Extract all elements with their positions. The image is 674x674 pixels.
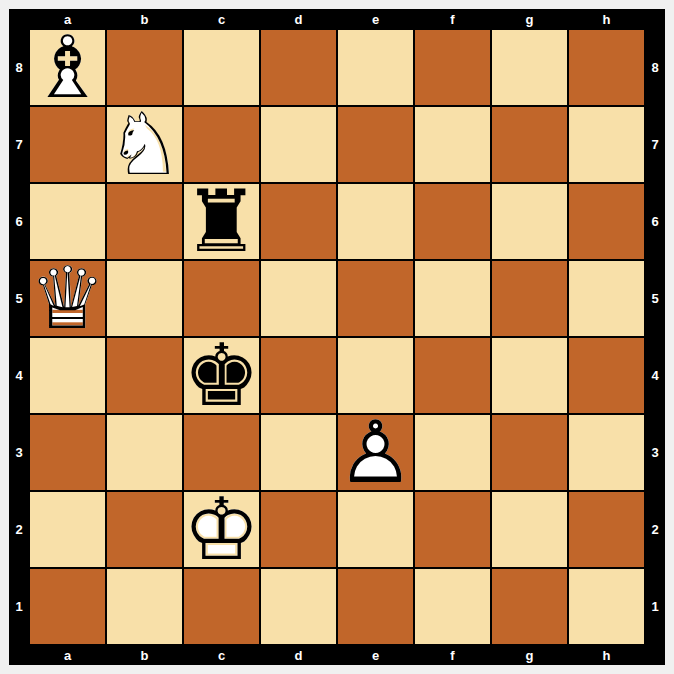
file-label-bottom-h: h bbox=[568, 645, 645, 665]
file-labels-top: abcdefgh bbox=[29, 9, 645, 29]
rank-label-right-2: 2 bbox=[645, 491, 665, 568]
square-f2[interactable] bbox=[414, 491, 491, 568]
file-label-bottom-f: f bbox=[414, 645, 491, 665]
square-a1[interactable] bbox=[29, 568, 106, 645]
rank-label-left-1: 1 bbox=[9, 568, 29, 645]
square-a5[interactable]: ♛♕ bbox=[29, 260, 106, 337]
rank-labels-right: 87654321 bbox=[645, 29, 665, 645]
square-g4[interactable] bbox=[491, 337, 568, 414]
board-frame: abcdefgh abcdefgh 87654321 87654321 ♝♗♞♘… bbox=[9, 9, 665, 665]
square-g5[interactable] bbox=[491, 260, 568, 337]
square-f7[interactable] bbox=[414, 106, 491, 183]
rank-label-left-4: 4 bbox=[9, 337, 29, 414]
square-a3[interactable] bbox=[29, 414, 106, 491]
file-label-top-h: h bbox=[568, 9, 645, 29]
file-label-bottom-c: c bbox=[183, 645, 260, 665]
square-h2[interactable] bbox=[568, 491, 645, 568]
chess-diagram-screen: abcdefgh abcdefgh 87654321 87654321 ♝♗♞♘… bbox=[0, 0, 674, 674]
square-h5[interactable] bbox=[568, 260, 645, 337]
square-h6[interactable] bbox=[568, 183, 645, 260]
square-c8[interactable] bbox=[183, 29, 260, 106]
square-b3[interactable] bbox=[106, 414, 183, 491]
square-e8[interactable] bbox=[337, 29, 414, 106]
square-d6[interactable] bbox=[260, 183, 337, 260]
rank-label-right-7: 7 bbox=[645, 106, 665, 183]
white-king-outline: ♔ bbox=[183, 491, 260, 568]
square-h4[interactable] bbox=[568, 337, 645, 414]
file-label-bottom-b: b bbox=[106, 645, 183, 665]
rank-label-right-6: 6 bbox=[645, 183, 665, 260]
square-b7[interactable]: ♞♘ bbox=[106, 106, 183, 183]
rank-label-left-5: 5 bbox=[9, 260, 29, 337]
file-label-top-g: g bbox=[491, 9, 568, 29]
square-b2[interactable] bbox=[106, 491, 183, 568]
square-c5[interactable] bbox=[183, 260, 260, 337]
file-label-top-b: b bbox=[106, 9, 183, 29]
square-d5[interactable] bbox=[260, 260, 337, 337]
square-c2[interactable]: ♚♔ bbox=[183, 491, 260, 568]
square-a6[interactable] bbox=[29, 183, 106, 260]
square-f4[interactable] bbox=[414, 337, 491, 414]
rank-label-right-5: 5 bbox=[645, 260, 665, 337]
black-rook-glyph: ♜ bbox=[183, 183, 260, 260]
rank-labels-left: 87654321 bbox=[9, 29, 29, 645]
file-label-top-d: d bbox=[260, 9, 337, 29]
file-label-bottom-d: d bbox=[260, 645, 337, 665]
square-c7[interactable] bbox=[183, 106, 260, 183]
square-b5[interactable] bbox=[106, 260, 183, 337]
square-g6[interactable] bbox=[491, 183, 568, 260]
white-pawn-fill: ♟ bbox=[337, 414, 414, 491]
white-queen-fill: ♛ bbox=[29, 260, 106, 337]
square-c1[interactable] bbox=[183, 568, 260, 645]
file-label-bottom-e: e bbox=[337, 645, 414, 665]
square-g8[interactable] bbox=[491, 29, 568, 106]
square-g1[interactable] bbox=[491, 568, 568, 645]
square-h1[interactable] bbox=[568, 568, 645, 645]
square-e6[interactable] bbox=[337, 183, 414, 260]
square-h8[interactable] bbox=[568, 29, 645, 106]
rank-label-right-4: 4 bbox=[645, 337, 665, 414]
white-king-piece[interactable]: ♚♔ bbox=[183, 491, 260, 568]
white-bishop-outline: ♗ bbox=[29, 29, 106, 106]
white-pawn-piece[interactable]: ♟♙ bbox=[337, 414, 414, 491]
rank-label-left-2: 2 bbox=[9, 491, 29, 568]
square-d3[interactable] bbox=[260, 414, 337, 491]
white-knight-outline: ♘ bbox=[106, 106, 183, 183]
square-d2[interactable] bbox=[260, 491, 337, 568]
square-g7[interactable] bbox=[491, 106, 568, 183]
square-b1[interactable] bbox=[106, 568, 183, 645]
square-f3[interactable] bbox=[414, 414, 491, 491]
square-f1[interactable] bbox=[414, 568, 491, 645]
rank-label-left-3: 3 bbox=[9, 414, 29, 491]
square-h3[interactable] bbox=[568, 414, 645, 491]
square-b4[interactable] bbox=[106, 337, 183, 414]
white-king-fill: ♚ bbox=[183, 491, 260, 568]
white-queen-piece[interactable]: ♛♕ bbox=[29, 260, 106, 337]
square-e1[interactable] bbox=[337, 568, 414, 645]
white-queen-outline: ♕ bbox=[29, 260, 106, 337]
square-e4[interactable] bbox=[337, 337, 414, 414]
square-e5[interactable] bbox=[337, 260, 414, 337]
white-bishop-piece[interactable]: ♝♗ bbox=[29, 29, 106, 106]
black-rook-piece[interactable]: ♜ bbox=[183, 183, 260, 260]
square-d8[interactable] bbox=[260, 29, 337, 106]
rank-label-left-8: 8 bbox=[9, 29, 29, 106]
square-e2[interactable] bbox=[337, 491, 414, 568]
file-label-bottom-g: g bbox=[491, 645, 568, 665]
square-f8[interactable] bbox=[414, 29, 491, 106]
square-b8[interactable] bbox=[106, 29, 183, 106]
square-a2[interactable] bbox=[29, 491, 106, 568]
square-c3[interactable] bbox=[183, 414, 260, 491]
chess-board: ♝♗♞♘♜♛♕♚♟♙♚♔ bbox=[29, 29, 645, 645]
file-label-bottom-a: a bbox=[29, 645, 106, 665]
rank-label-left-7: 7 bbox=[9, 106, 29, 183]
square-f5[interactable] bbox=[414, 260, 491, 337]
square-g3[interactable] bbox=[491, 414, 568, 491]
square-h7[interactable] bbox=[568, 106, 645, 183]
white-knight-fill: ♞ bbox=[106, 106, 183, 183]
square-e7[interactable] bbox=[337, 106, 414, 183]
square-a4[interactable] bbox=[29, 337, 106, 414]
rank-label-left-6: 6 bbox=[9, 183, 29, 260]
square-b6[interactable] bbox=[106, 183, 183, 260]
black-king-piece[interactable]: ♚ bbox=[183, 337, 260, 414]
rank-label-right-3: 3 bbox=[645, 414, 665, 491]
white-knight-piece[interactable]: ♞♘ bbox=[106, 106, 183, 183]
square-a7[interactable] bbox=[29, 106, 106, 183]
rank-label-right-8: 8 bbox=[645, 29, 665, 106]
black-king-glyph: ♚ bbox=[183, 337, 260, 414]
square-g2[interactable] bbox=[491, 491, 568, 568]
square-c6[interactable]: ♜ bbox=[183, 183, 260, 260]
file-label-top-c: c bbox=[183, 9, 260, 29]
square-c4[interactable]: ♚ bbox=[183, 337, 260, 414]
file-label-top-f: f bbox=[414, 9, 491, 29]
file-label-top-e: e bbox=[337, 9, 414, 29]
file-labels-bottom: abcdefgh bbox=[29, 645, 645, 665]
square-a8[interactable]: ♝♗ bbox=[29, 29, 106, 106]
square-f6[interactable] bbox=[414, 183, 491, 260]
square-d7[interactable] bbox=[260, 106, 337, 183]
square-e3[interactable]: ♟♙ bbox=[337, 414, 414, 491]
square-d4[interactable] bbox=[260, 337, 337, 414]
white-pawn-outline: ♙ bbox=[337, 414, 414, 491]
square-d1[interactable] bbox=[260, 568, 337, 645]
file-label-top-a: a bbox=[29, 9, 106, 29]
rank-label-right-1: 1 bbox=[645, 568, 665, 645]
white-bishop-fill: ♝ bbox=[29, 29, 106, 106]
